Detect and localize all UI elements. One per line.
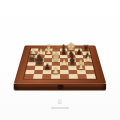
chessboard: ♝♝♚♜♟♟♟♟♟♟♞♟♛♞♛♟♟♚♟♜♟♟♝♟ [14, 45, 107, 83]
watermark: ♕ [51, 99, 69, 109]
piece-white-pawn[interactable]: ♟ [47, 67, 64, 75]
board-frame: ♝♝♚♜♟♟♟♟♟♟♞♟♛♞♛♟♟♚♟♜♟♟♝♟ [14, 45, 107, 83]
square-a1[interactable] [24, 74, 34, 79]
square-d2[interactable]: ♟ [51, 70, 60, 74]
square-g3[interactable]: ♝ [76, 66, 85, 70]
board-front-edge [14, 84, 107, 91]
watermark-text [51, 107, 69, 109]
piece-white-bishop[interactable]: ♝ [73, 60, 90, 70]
crown-icon: ♕ [51, 99, 69, 106]
photo-stage: ♝♝♚♜♟♟♟♟♟♟♞♟♛♞♛♟♟♚♟♜♟♟♝♟ ♕ [0, 0, 120, 120]
square-b1[interactable] [33, 74, 43, 79]
board-clasp [57, 85, 63, 90]
board-grid: ♝♝♚♜♟♟♟♟♟♟♞♟♛♞♛♟♟♚♟♜♟♟♝♟ [24, 48, 96, 78]
square-h1[interactable] [86, 74, 96, 79]
